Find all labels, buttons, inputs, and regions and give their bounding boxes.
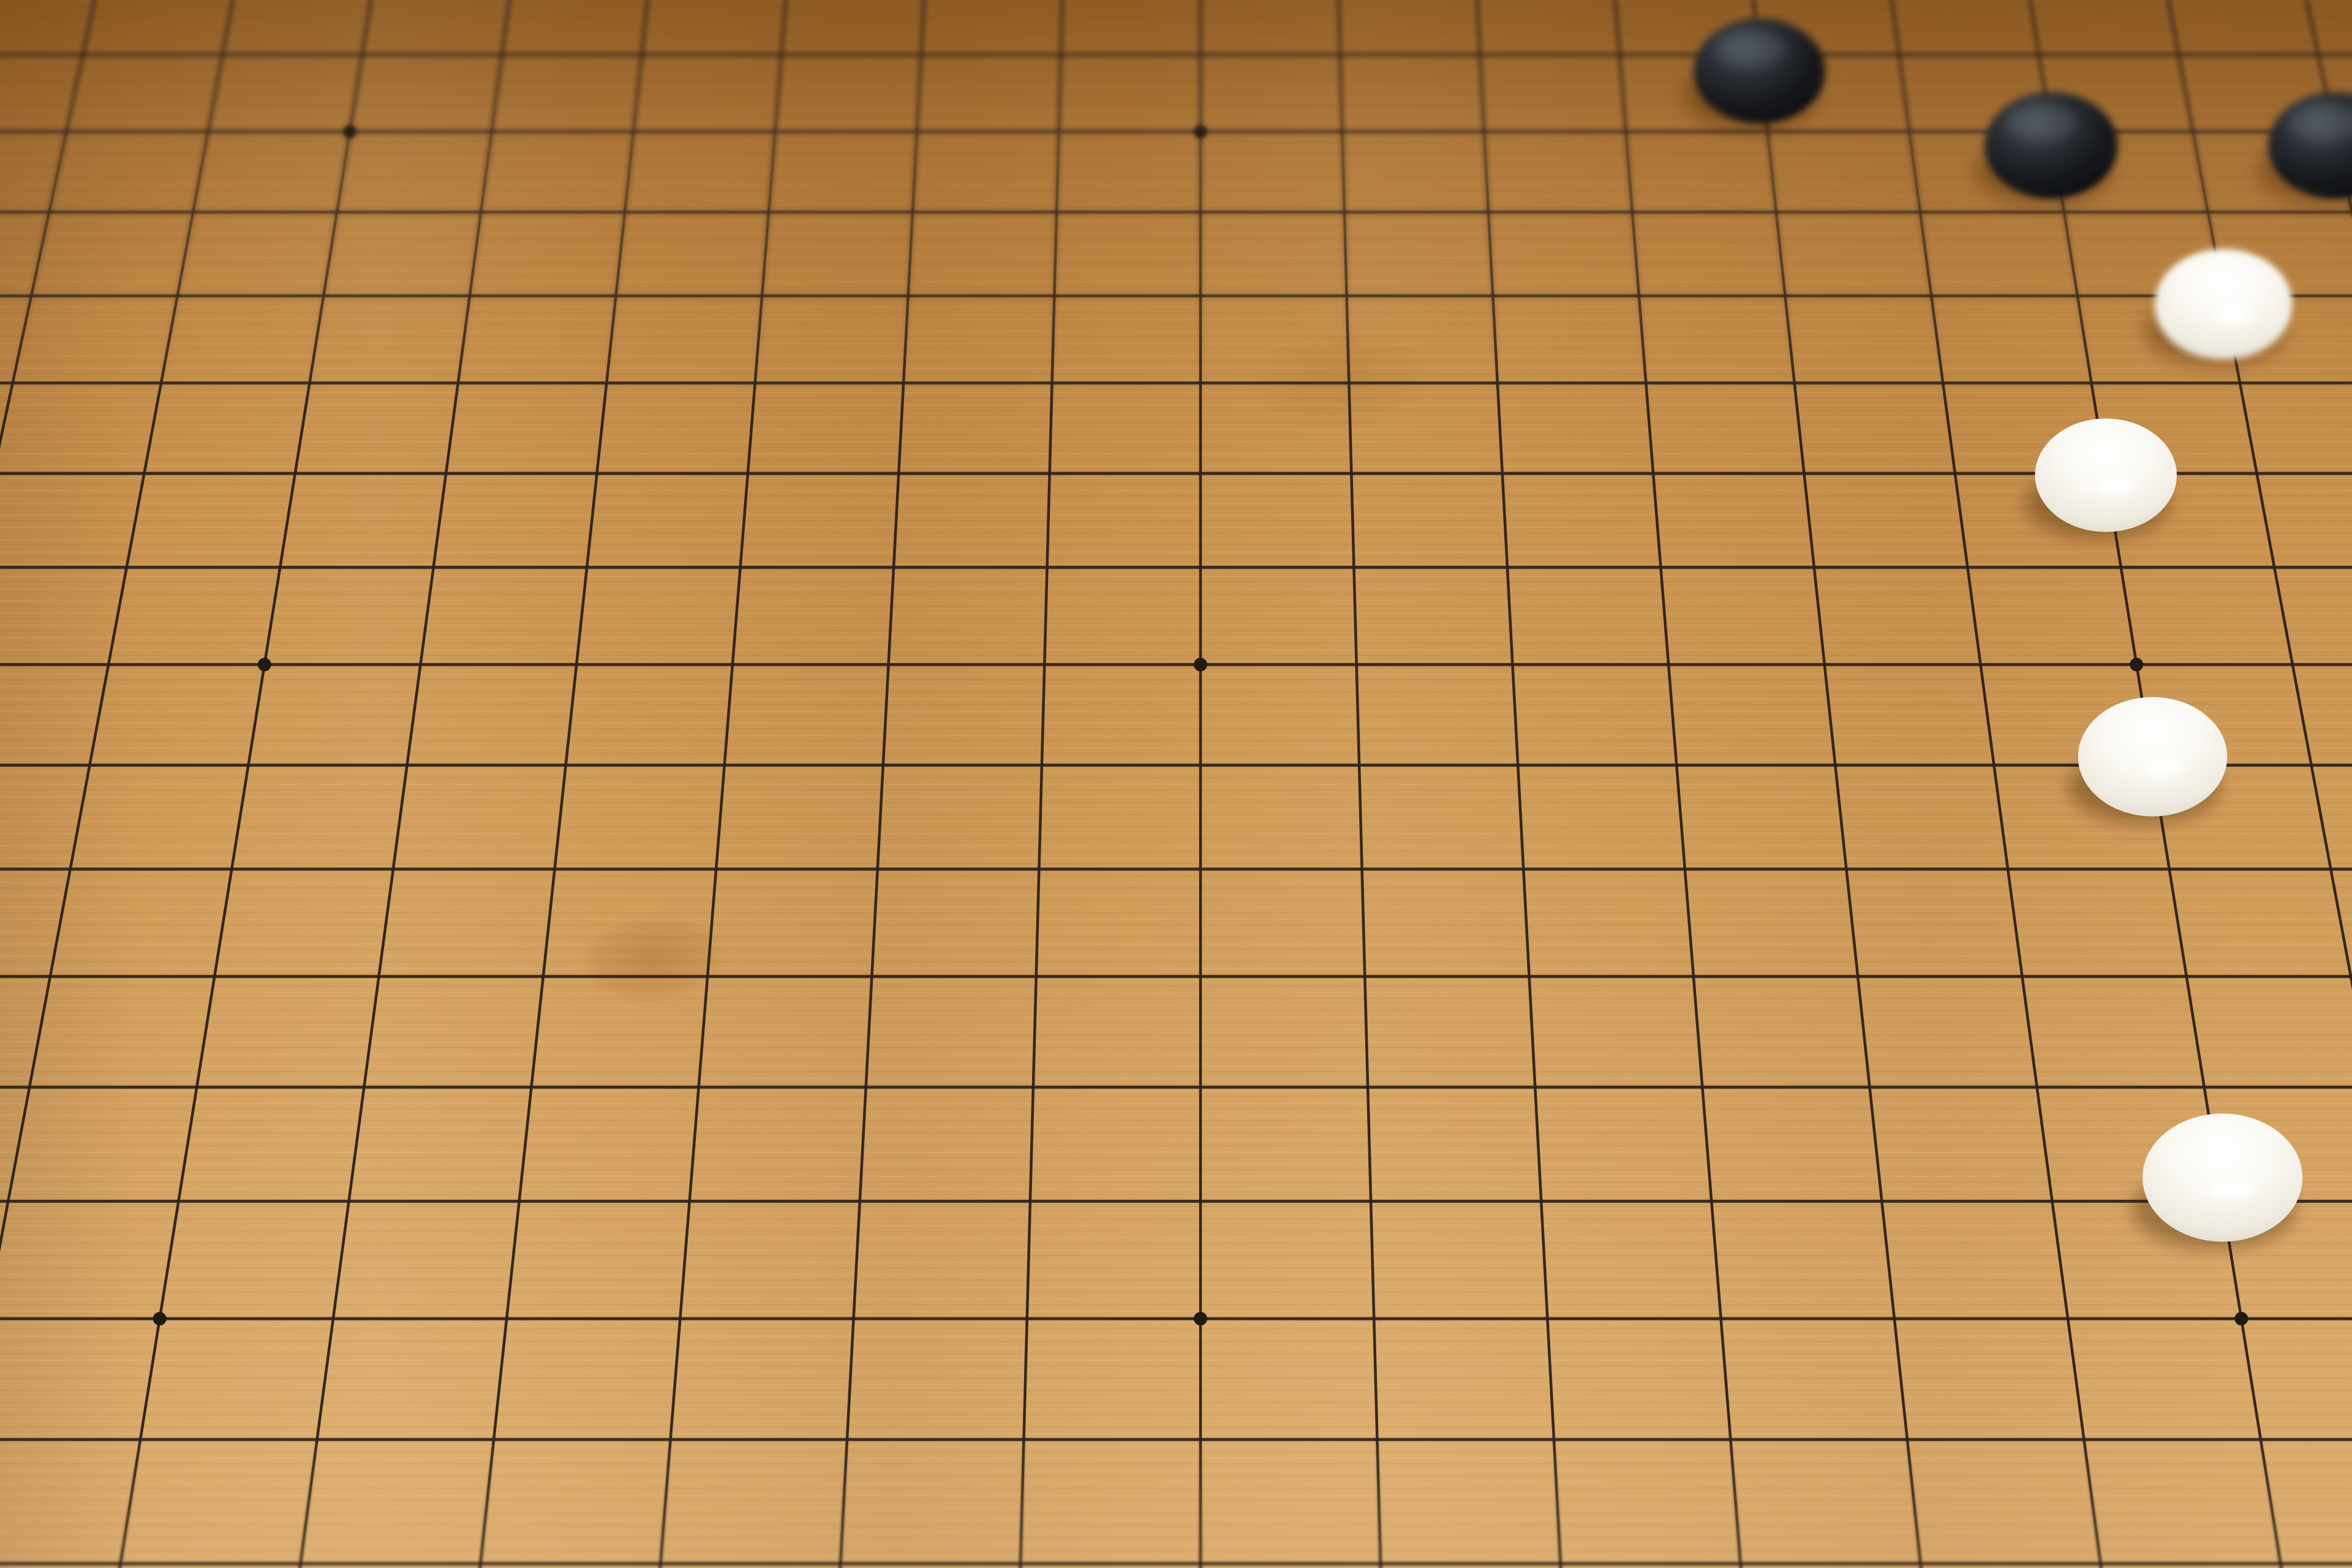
stone-body — [2035, 418, 2177, 532]
stone-highlight — [2144, 758, 2182, 777]
go-board-photo — [0, 0, 2352, 1568]
black-stone — [2258, 92, 2352, 206]
go-board-svg — [0, 0, 2352, 1568]
stone-body — [2155, 249, 2292, 358]
star-point — [2130, 658, 2143, 671]
star-point — [1194, 658, 1207, 671]
stone-highlight — [2213, 1179, 2255, 1199]
white-stone — [2025, 418, 2177, 538]
white-stone — [2145, 249, 2293, 365]
stone-highlight — [2097, 477, 2134, 495]
stone-highlight — [2215, 305, 2251, 323]
stone-body — [2143, 1114, 2302, 1242]
star-point — [2234, 1312, 2248, 1325]
stone-sheen — [1713, 31, 1785, 67]
stone-sheen — [2005, 104, 2078, 141]
star-point — [1194, 125, 1207, 138]
star-point — [343, 125, 356, 138]
black-stone — [1975, 92, 2118, 206]
grid-vertical-lines — [0, 0, 2352, 1568]
white-stone — [2068, 697, 2227, 824]
stone-body — [2078, 697, 2228, 816]
black-stone — [1684, 18, 1825, 130]
star-point — [1194, 1312, 1207, 1325]
star-point — [258, 658, 271, 671]
white-stone — [2132, 1114, 2302, 1249]
star-point — [153, 1312, 167, 1325]
